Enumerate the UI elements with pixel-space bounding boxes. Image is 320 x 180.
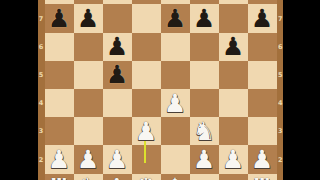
black-pawn-f7: ♟: [193, 6, 215, 31]
square-a6[interactable]: [45, 33, 74, 61]
square-h1[interactable]: ♜: [248, 174, 277, 180]
square-g1[interactable]: [219, 174, 248, 180]
black-pawn-c6: ♟: [106, 34, 128, 59]
black-knight-g8: ♞: [222, 0, 244, 3]
rank-label-left-3: 3: [38, 127, 45, 135]
black-pawn-a7: ♟: [48, 6, 70, 31]
white-pawn-f2: ♟: [193, 147, 215, 172]
white-knight-b1: ♞: [77, 175, 99, 180]
white-knight-f3: ♞: [193, 119, 215, 144]
square-b3[interactable]: [74, 117, 103, 145]
black-queen-d8: ♛: [135, 0, 157, 3]
square-b4[interactable]: [74, 89, 103, 117]
white-pawn-c2: ♟: [106, 147, 128, 172]
square-h6[interactable]: [248, 33, 277, 61]
rank-label-left-4: 4: [38, 99, 45, 107]
black-bishop-c8: ♝: [106, 0, 128, 3]
square-a7[interactable]: ♟: [45, 4, 74, 32]
black-pawn-c5: ♟: [106, 62, 128, 87]
square-g6[interactable]: ♟: [219, 33, 248, 61]
square-b5[interactable]: [74, 61, 103, 89]
white-pawn-e4: ♟: [164, 91, 186, 116]
square-d2[interactable]: [132, 145, 161, 173]
chess-board[interactable]: ♜♝♛♚♝♞♜♟♟♟♟♟♟♟♟♟♟♞♟♟♟♟♟♟♜♞♝♛♚♜: [45, 0, 277, 180]
square-f7[interactable]: ♟: [190, 4, 219, 32]
white-queen-d1: ♛: [135, 175, 157, 180]
white-bishop-c1: ♝: [106, 175, 128, 180]
square-c2[interactable]: ♟: [103, 145, 132, 173]
rank-label-left-2: 2: [38, 156, 45, 164]
square-e5[interactable]: [161, 61, 190, 89]
chess-board-stage: ♜♝♛♚♝♞♜♟♟♟♟♟♟♟♟♟♟♞♟♟♟♟♟♟♜♞♝♛♚♜ 776655443…: [0, 0, 320, 180]
square-a2[interactable]: ♟: [45, 145, 74, 173]
square-c5[interactable]: ♟: [103, 61, 132, 89]
rank-label-left-5: 5: [38, 71, 45, 79]
rank-label-right-4: 4: [277, 99, 284, 107]
square-a5[interactable]: [45, 61, 74, 89]
square-f3[interactable]: ♞: [190, 117, 219, 145]
square-f5[interactable]: [190, 61, 219, 89]
square-d7[interactable]: [132, 4, 161, 32]
square-f1[interactable]: [190, 174, 219, 180]
square-c1[interactable]: ♝: [103, 174, 132, 180]
white-pawn-g2: ♟: [222, 147, 244, 172]
white-pawn-h2: ♟: [251, 147, 273, 172]
square-g2[interactable]: ♟: [219, 145, 248, 173]
square-c4[interactable]: [103, 89, 132, 117]
square-h3[interactable]: [248, 117, 277, 145]
white-pawn-b2: ♟: [77, 147, 99, 172]
square-e7[interactable]: ♟: [161, 4, 190, 32]
square-g5[interactable]: [219, 61, 248, 89]
square-h2[interactable]: ♟: [248, 145, 277, 173]
square-g7[interactable]: [219, 4, 248, 32]
square-a3[interactable]: [45, 117, 74, 145]
white-rook-h1: ♜: [251, 175, 273, 180]
square-f6[interactable]: [190, 33, 219, 61]
square-b1[interactable]: ♞: [74, 174, 103, 180]
square-d1[interactable]: ♛: [132, 174, 161, 180]
square-e6[interactable]: [161, 33, 190, 61]
white-rook-a1: ♜: [48, 175, 70, 180]
white-king-e1: ♚: [164, 175, 186, 180]
square-c6[interactable]: ♟: [103, 33, 132, 61]
square-d4[interactable]: [132, 89, 161, 117]
square-f4[interactable]: [190, 89, 219, 117]
black-pawn-g6: ♟: [222, 34, 244, 59]
black-rook-h8: ♜: [251, 0, 273, 3]
rank-label-right-5: 5: [277, 71, 284, 79]
rank-label-right-6: 6: [277, 43, 284, 51]
square-d8[interactable]: ♛: [132, 0, 161, 4]
white-pawn-a2: ♟: [48, 147, 70, 172]
square-c3[interactable]: [103, 117, 132, 145]
black-rook-a8: ♜: [48, 0, 70, 3]
square-h4[interactable]: [248, 89, 277, 117]
square-d5[interactable]: [132, 61, 161, 89]
square-e2[interactable]: [161, 145, 190, 173]
square-f2[interactable]: ♟: [190, 145, 219, 173]
square-h5[interactable]: [248, 61, 277, 89]
white-pawn-d3: ♟: [135, 119, 157, 144]
square-b2[interactable]: ♟: [74, 145, 103, 173]
square-d6[interactable]: [132, 33, 161, 61]
rank-label-right-3: 3: [277, 127, 284, 135]
black-pawn-e7: ♟: [164, 6, 186, 31]
square-e3[interactable]: [161, 117, 190, 145]
black-bishop-f8: ♝: [193, 0, 215, 3]
black-king-e8: ♚: [164, 0, 186, 3]
square-a4[interactable]: [45, 89, 74, 117]
square-e4[interactable]: ♟: [161, 89, 190, 117]
square-b7[interactable]: ♟: [74, 4, 103, 32]
square-c7[interactable]: [103, 4, 132, 32]
square-g4[interactable]: [219, 89, 248, 117]
rank-label-right-7: 7: [277, 15, 284, 23]
square-b6[interactable]: [74, 33, 103, 61]
square-h7[interactable]: ♟: [248, 4, 277, 32]
black-pawn-h7: ♟: [251, 6, 273, 31]
rank-label-right-2: 2: [277, 156, 284, 164]
black-pawn-b7: ♟: [77, 6, 99, 31]
square-d3[interactable]: ♟: [132, 117, 161, 145]
square-g3[interactable]: [219, 117, 248, 145]
rank-label-left-6: 6: [38, 43, 45, 51]
square-g8[interactable]: ♞: [219, 0, 248, 4]
square-c8[interactable]: ♝: [103, 0, 132, 4]
square-e1[interactable]: ♚: [161, 174, 190, 180]
square-a1[interactable]: ♜: [45, 174, 74, 180]
rank-label-left-7: 7: [38, 15, 45, 23]
